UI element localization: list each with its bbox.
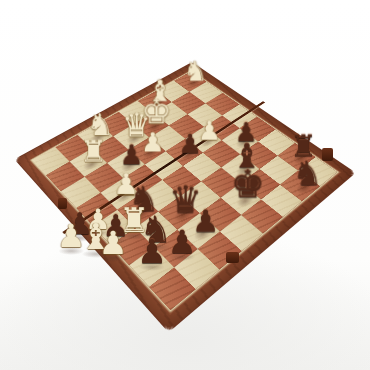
- square-d5: ♟: [166, 139, 203, 166]
- brown-pawn: ♟: [119, 141, 143, 168]
- chess-board: ♞♝♞♚♛♜♟♟♟♟♟♟♞♝♛♜♚♟♞: [16, 63, 355, 331]
- white-king: ♚: [141, 95, 171, 129]
- white-queen: ♛: [122, 109, 151, 141]
- square-a4: [99, 112, 134, 136]
- board-foot: [226, 252, 239, 263]
- white-bishop: ♝: [146, 76, 172, 105]
- square-d4: [145, 151, 183, 180]
- captured-brown-pawn: ♟: [168, 226, 197, 258]
- square-b6: [153, 102, 187, 125]
- white-knight: ♞: [183, 57, 207, 84]
- piece-shadow: [177, 147, 199, 163]
- piece-shadow: [197, 134, 218, 149]
- square-d6: ♟: [185, 127, 221, 153]
- square-h1: [149, 267, 195, 310]
- square-b5: ♚: [134, 113, 169, 138]
- square-c6: [169, 114, 204, 139]
- white-pawn: ♟: [198, 118, 221, 144]
- brown-pawn: ♟: [178, 130, 202, 157]
- square-b8: [189, 82, 222, 103]
- square-c5: [149, 126, 185, 152]
- square-f8: [258, 129, 295, 155]
- scene: ♞♝♞♚♛♜♟♟♟♟♟♟♞♝♛♜♚♟♞: [0, 0, 370, 370]
- square-a5: [119, 101, 153, 124]
- white-rook: ♜: [80, 137, 107, 167]
- square-a8: ♞: [174, 71, 206, 92]
- square-a6: ♝: [138, 91, 172, 113]
- square-c7: [188, 103, 223, 127]
- brown-knight: ♞: [292, 157, 322, 190]
- captured-brown-pawn: ♟: [137, 235, 167, 268]
- square-b7: [172, 92, 206, 114]
- piece-shadow: [148, 97, 168, 110]
- square-d8: [222, 105, 257, 129]
- white-pawn: ♟: [141, 129, 165, 155]
- piece-shadow: [144, 120, 165, 134]
- board-squares-grid: ♞♝♞♚♛♜♟♟♟♟♟♟♞♝♛♜♚♟♞: [32, 71, 337, 310]
- board-foot: [322, 148, 333, 161]
- chess-set-photo: { "game": "chess", "scene_type": "foldin…: [0, 0, 370, 370]
- square-c8: [205, 93, 239, 116]
- brown-king: ♚: [230, 166, 265, 204]
- piece-shadow: [184, 77, 203, 89]
- square-a7: [157, 81, 190, 102]
